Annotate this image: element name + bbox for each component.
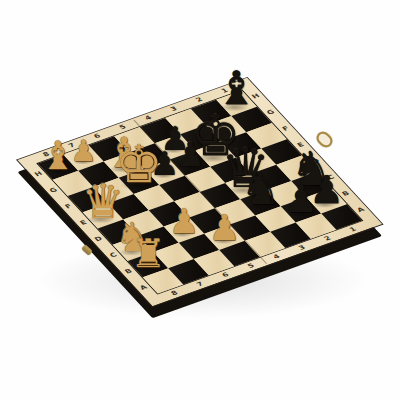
piece-white-rook-b8[interactable]: ♜ [130, 231, 165, 276]
rank-label-bottom-3: 3 [295, 243, 309, 252]
rank-label-bottom-4: 4 [269, 252, 283, 261]
piece-black-knight-c3[interactable]: ♞ [240, 162, 280, 215]
rank-label-bottom-8: 8 [167, 289, 181, 298]
piece-white-bishop-h8[interactable]: ♝ [41, 134, 76, 179]
piece-black-pawn-b2[interactable]: ♟ [284, 177, 318, 221]
rank-label-bottom-1: 1 [346, 225, 360, 234]
rank-label-bottom-6: 6 [218, 271, 232, 280]
rank-label-bottom-2: 2 [320, 234, 334, 243]
rank-label-bottom-5: 5 [244, 262, 258, 271]
piece-black-pawn-f4[interactable]: ♟ [175, 135, 205, 174]
rank-label-bottom-7: 7 [193, 280, 207, 289]
product-photo-background: 8765432187654321HGFEDCBAHGFEDCBA ♝♟♝♟♚♝♛… [0, 0, 400, 400]
piece-white-pawn-c6[interactable]: ♟ [169, 201, 199, 241]
piece-white-pawn-b5[interactable]: ♟ [209, 207, 241, 248]
